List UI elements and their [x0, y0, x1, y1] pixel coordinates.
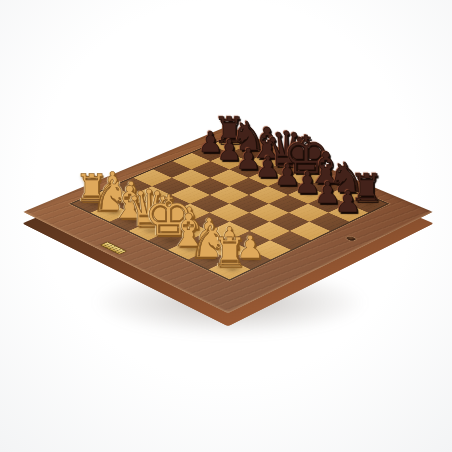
chess-set-photo: ♜♞♟♝♟♛♟♚♟♝♟♞♟♟♜♟♟♜♟♟♞♟♝♟♛♟♚♟♝♟♞♜	[0, 0, 452, 452]
square-g4	[250, 222, 290, 241]
square-e2	[169, 222, 209, 241]
square-h2	[229, 250, 270, 270]
square-e1	[148, 231, 189, 250]
square-f4	[229, 213, 269, 231]
scene	[0, 0, 452, 452]
square-e3	[189, 213, 229, 231]
square-g2	[209, 240, 250, 259]
square-h3	[250, 240, 291, 259]
square-h1	[209, 260, 251, 280]
square-f1	[168, 240, 209, 259]
latch-icon	[345, 236, 357, 241]
square-d1	[129, 222, 169, 241]
square-f3	[209, 222, 249, 241]
square-d2	[150, 213, 190, 231]
square-g5	[269, 213, 309, 231]
board-frame	[23, 126, 433, 313]
square-h5	[290, 222, 330, 241]
chess-board	[23, 126, 433, 313]
square-g1	[188, 250, 229, 270]
square-c1	[110, 213, 150, 231]
square-g3	[229, 231, 270, 250]
square-h6	[309, 213, 349, 231]
square-f2	[189, 231, 230, 250]
square-h4	[270, 231, 311, 250]
